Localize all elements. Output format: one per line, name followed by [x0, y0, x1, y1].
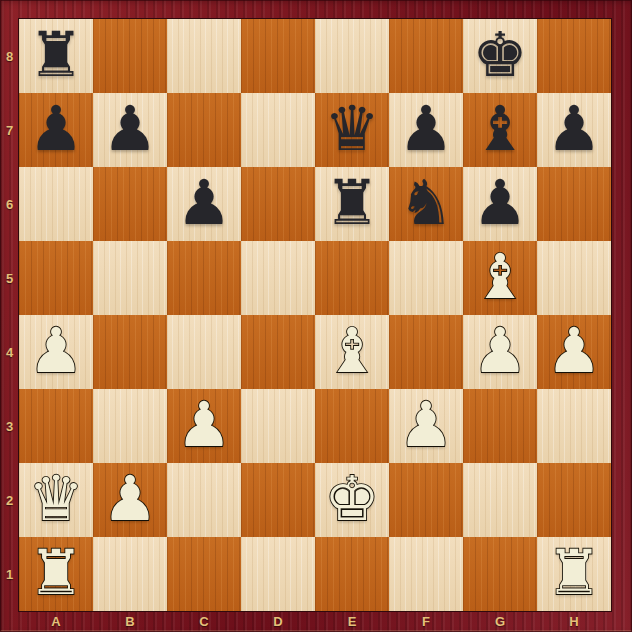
file-label-e: E — [315, 611, 389, 632]
square-g6[interactable]: ♟ — [463, 167, 537, 241]
square-d1[interactable] — [241, 537, 315, 611]
square-d8[interactable] — [241, 19, 315, 93]
file-label-d: D — [241, 611, 315, 632]
rank-label-2: 2 — [0, 463, 19, 537]
piece-black-pawn[interactable]: ♟ — [176, 172, 232, 234]
square-a3[interactable] — [19, 389, 93, 463]
square-e8[interactable] — [315, 19, 389, 93]
piece-white-pawn[interactable]: ♟ — [398, 394, 454, 456]
rank-labels: 87654321 — [0, 19, 19, 611]
piece-black-pawn[interactable]: ♟ — [546, 98, 602, 160]
square-c3[interactable]: ♟ — [167, 389, 241, 463]
rank-label-4: 4 — [0, 315, 19, 389]
piece-black-king[interactable]: ♚ — [472, 24, 528, 86]
square-g7[interactable]: ♝ — [463, 93, 537, 167]
piece-black-pawn[interactable]: ♟ — [472, 172, 528, 234]
chess-board-frame: 87654321 ABCDEFGH ♜♚♟♟♛♟♝♟♟♜♞♟♝♟♝♟♟♟♟♛♟♚… — [0, 0, 632, 632]
square-e3[interactable] — [315, 389, 389, 463]
square-e1[interactable] — [315, 537, 389, 611]
square-a6[interactable] — [19, 167, 93, 241]
piece-white-pawn[interactable]: ♟ — [28, 320, 84, 382]
square-h6[interactable] — [537, 167, 611, 241]
square-c7[interactable] — [167, 93, 241, 167]
square-d3[interactable] — [241, 389, 315, 463]
piece-black-bishop[interactable]: ♝ — [472, 98, 528, 160]
square-d4[interactable] — [241, 315, 315, 389]
rank-label-8: 8 — [0, 19, 19, 93]
square-c8[interactable] — [167, 19, 241, 93]
file-label-f: F — [389, 611, 463, 632]
rank-label-3: 3 — [0, 389, 19, 463]
square-g5[interactable]: ♝ — [463, 241, 537, 315]
square-b8[interactable] — [93, 19, 167, 93]
file-label-b: B — [93, 611, 167, 632]
square-h5[interactable] — [537, 241, 611, 315]
rank-label-7: 7 — [0, 93, 19, 167]
piece-black-pawn[interactable]: ♟ — [102, 98, 158, 160]
piece-black-rook[interactable]: ♜ — [324, 172, 380, 234]
square-g8[interactable]: ♚ — [463, 19, 537, 93]
square-h3[interactable] — [537, 389, 611, 463]
square-h8[interactable] — [537, 19, 611, 93]
square-a8[interactable]: ♜ — [19, 19, 93, 93]
square-h7[interactable]: ♟ — [537, 93, 611, 167]
square-a1[interactable]: ♜ — [19, 537, 93, 611]
piece-white-pawn[interactable]: ♟ — [176, 394, 232, 456]
square-d6[interactable] — [241, 167, 315, 241]
chess-board: ♜♚♟♟♛♟♝♟♟♜♞♟♝♟♝♟♟♟♟♛♟♚♜♜ — [19, 19, 611, 611]
piece-white-rook[interactable]: ♜ — [546, 542, 602, 604]
piece-white-pawn[interactable]: ♟ — [102, 468, 158, 530]
square-g3[interactable] — [463, 389, 537, 463]
piece-black-pawn[interactable]: ♟ — [28, 98, 84, 160]
piece-white-pawn[interactable]: ♟ — [546, 320, 602, 382]
square-b6[interactable] — [93, 167, 167, 241]
square-c6[interactable]: ♟ — [167, 167, 241, 241]
square-a2[interactable]: ♛ — [19, 463, 93, 537]
piece-black-pawn[interactable]: ♟ — [398, 98, 454, 160]
square-e7[interactable]: ♛ — [315, 93, 389, 167]
square-h2[interactable] — [537, 463, 611, 537]
square-b1[interactable] — [93, 537, 167, 611]
square-e6[interactable]: ♜ — [315, 167, 389, 241]
square-f5[interactable] — [389, 241, 463, 315]
piece-black-rook[interactable]: ♜ — [28, 24, 84, 86]
square-b3[interactable] — [93, 389, 167, 463]
square-f1[interactable] — [389, 537, 463, 611]
rank-label-5: 5 — [0, 241, 19, 315]
square-d7[interactable] — [241, 93, 315, 167]
square-a5[interactable] — [19, 241, 93, 315]
square-a7[interactable]: ♟ — [19, 93, 93, 167]
square-h4[interactable]: ♟ — [537, 315, 611, 389]
square-h1[interactable]: ♜ — [537, 537, 611, 611]
square-f6[interactable]: ♞ — [389, 167, 463, 241]
piece-black-knight[interactable]: ♞ — [398, 172, 454, 234]
file-label-a: A — [19, 611, 93, 632]
square-f2[interactable] — [389, 463, 463, 537]
square-c1[interactable] — [167, 537, 241, 611]
square-f3[interactable]: ♟ — [389, 389, 463, 463]
file-label-c: C — [167, 611, 241, 632]
square-g1[interactable] — [463, 537, 537, 611]
square-d2[interactable] — [241, 463, 315, 537]
piece-white-pawn[interactable]: ♟ — [472, 320, 528, 382]
piece-white-queen[interactable]: ♛ — [28, 468, 84, 530]
square-c2[interactable] — [167, 463, 241, 537]
square-g2[interactable] — [463, 463, 537, 537]
square-f8[interactable] — [389, 19, 463, 93]
file-label-g: G — [463, 611, 537, 632]
file-label-h: H — [537, 611, 611, 632]
square-b7[interactable]: ♟ — [93, 93, 167, 167]
piece-white-bishop[interactable]: ♝ — [324, 320, 380, 382]
square-e5[interactable] — [315, 241, 389, 315]
square-f4[interactable] — [389, 315, 463, 389]
file-labels: ABCDEFGH — [19, 611, 611, 632]
piece-white-bishop[interactable]: ♝ — [472, 246, 528, 308]
piece-white-rook[interactable]: ♜ — [28, 542, 84, 604]
square-e2[interactable]: ♚ — [315, 463, 389, 537]
square-e4[interactable]: ♝ — [315, 315, 389, 389]
square-g4[interactable]: ♟ — [463, 315, 537, 389]
rank-label-1: 1 — [0, 537, 19, 611]
square-b4[interactable] — [93, 315, 167, 389]
rank-label-6: 6 — [0, 167, 19, 241]
square-b5[interactable] — [93, 241, 167, 315]
square-a4[interactable]: ♟ — [19, 315, 93, 389]
square-c4[interactable] — [167, 315, 241, 389]
square-c5[interactable] — [167, 241, 241, 315]
piece-white-king[interactable]: ♚ — [324, 468, 380, 530]
square-d5[interactable] — [241, 241, 315, 315]
square-b2[interactable]: ♟ — [93, 463, 167, 537]
square-f7[interactable]: ♟ — [389, 93, 463, 167]
piece-black-queen[interactable]: ♛ — [324, 98, 380, 160]
